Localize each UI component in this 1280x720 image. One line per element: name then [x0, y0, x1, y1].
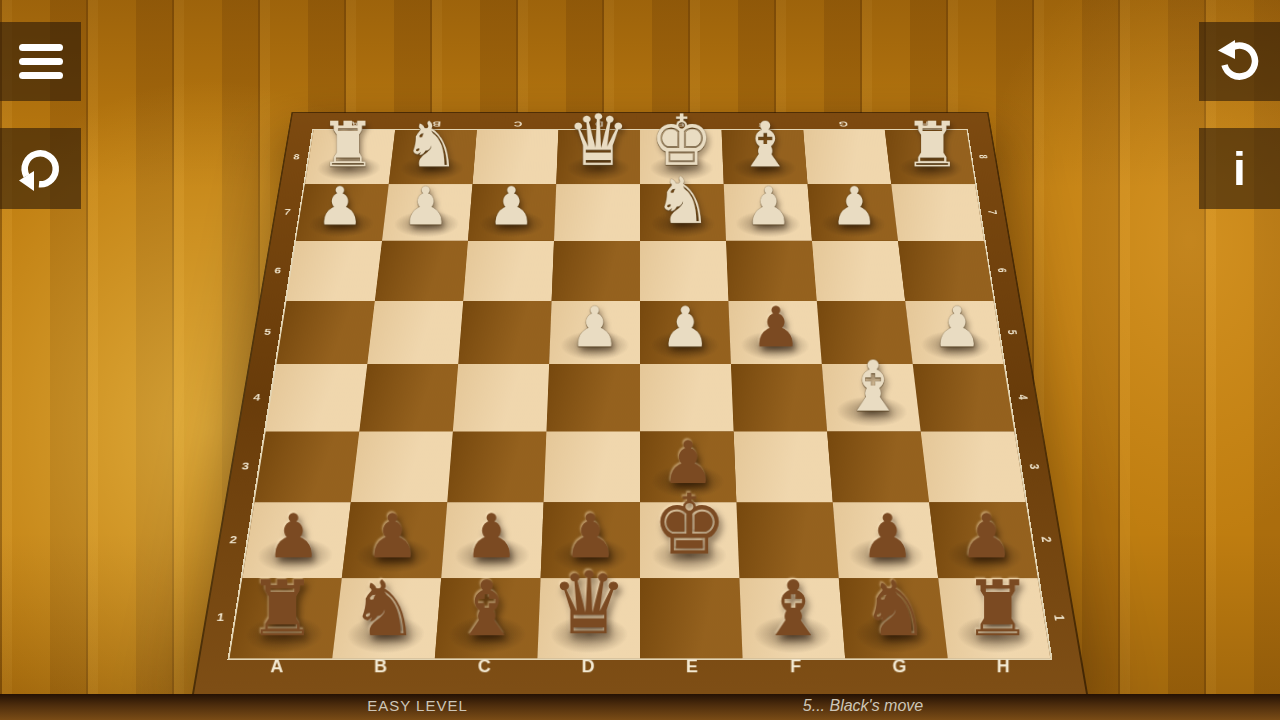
square-d1[interactable]: ♛ — [537, 578, 640, 658]
square-e6[interactable] — [640, 241, 728, 301]
square-a7[interactable]: ♟ — [296, 184, 389, 241]
square-c6[interactable] — [463, 241, 554, 301]
square-b5[interactable] — [367, 301, 463, 364]
rank-label-right-7: 7 — [949, 206, 1035, 218]
rank-label-right-5: 5 — [967, 325, 1058, 338]
piece-white-knight[interactable]: ♞ — [861, 570, 930, 647]
piece-black-pawn[interactable]: ♟ — [402, 180, 449, 233]
square-a6[interactable] — [286, 241, 382, 301]
piece-white-pawn[interactable]: ♟ — [751, 299, 801, 355]
square-b1[interactable]: ♞ — [332, 578, 441, 658]
square-e5[interactable]: ♟ — [640, 301, 731, 364]
square-b3[interactable] — [351, 431, 453, 502]
rotate-arrow-icon — [17, 145, 65, 193]
file-label-bottom-g: G — [848, 656, 952, 688]
menu-button[interactable] — [0, 22, 81, 101]
turn-indicator: 5... Black's move — [758, 697, 968, 715]
rotate-board-button[interactable] — [0, 128, 81, 209]
file-label-bottom-e: E — [640, 656, 744, 688]
square-c7[interactable]: ♟ — [468, 184, 556, 241]
piece-white-pawn[interactable]: ♟ — [464, 506, 519, 567]
rank-label-right-4: 4 — [976, 390, 1070, 404]
file-label-bottom-a: A — [225, 656, 329, 688]
chess-board: ABCDEFGH ABCDEFGH 87654321 87654321 ♜♞♛♚… — [194, 113, 1086, 694]
file-label-top-c: C — [477, 115, 559, 128]
square-b7[interactable]: ♟ — [382, 184, 473, 241]
square-e2[interactable]: ♚ — [640, 502, 739, 578]
file-label-top-h: H — [883, 115, 966, 128]
board-frame: ABCDEFGH ABCDEFGH 87654321 87654321 ♜♞♛♚… — [194, 113, 1086, 694]
info-icon: i — [1233, 146, 1246, 192]
piece-black-bishop[interactable]: ♝ — [842, 351, 905, 421]
square-c1[interactable]: ♝ — [435, 578, 541, 658]
hamburger-icon — [19, 44, 63, 79]
square-g4[interactable]: ♝ — [822, 364, 921, 431]
file-label-bottom-c: C — [432, 656, 536, 688]
file-label-bottom-b: B — [329, 656, 433, 688]
square-g7[interactable]: ♟ — [807, 184, 898, 241]
game-scene: ABCDEFGH ABCDEFGH 87654321 87654321 ♜♞♛♚… — [0, 0, 1280, 720]
square-d6[interactable] — [552, 241, 640, 301]
square-e4[interactable] — [640, 364, 734, 431]
piece-white-pawn[interactable]: ♟ — [860, 506, 915, 567]
square-a5[interactable] — [276, 301, 374, 364]
level-label: EASY LEVEL — [330, 697, 505, 714]
file-label-top-g: G — [802, 115, 885, 128]
piece-black-pawn[interactable]: ♟ — [745, 180, 792, 233]
piece-white-rook[interactable]: ♜ — [248, 570, 317, 647]
rank-label-right-3: 3 — [986, 459, 1083, 474]
square-f5[interactable]: ♟ — [728, 301, 821, 364]
info-button[interactable]: i — [1199, 128, 1280, 209]
piece-white-pawn[interactable]: ♟ — [266, 506, 321, 567]
piece-black-knight[interactable]: ♞ — [654, 168, 712, 232]
piece-white-king[interactable]: ♚ — [652, 483, 727, 567]
piece-white-bishop[interactable]: ♝ — [452, 570, 521, 647]
piece-white-queen[interactable]: ♛ — [550, 560, 628, 646]
file-label-top-a: A — [314, 115, 397, 128]
square-b6[interactable] — [375, 241, 468, 301]
file-label-bottom-d: D — [536, 656, 640, 688]
square-g6[interactable] — [812, 241, 905, 301]
file-label-top-f: F — [721, 115, 803, 128]
piece-white-bishop[interactable]: ♝ — [759, 570, 828, 647]
square-d3[interactable] — [544, 431, 640, 502]
undo-button[interactable] — [1199, 22, 1280, 101]
square-a4[interactable] — [266, 364, 368, 431]
square-a3[interactable] — [254, 431, 359, 502]
piece-black-pawn[interactable]: ♟ — [660, 299, 710, 355]
file-label-bottom-f: F — [744, 656, 848, 688]
status-bar: EASY LEVEL 5... Black's move — [0, 694, 1280, 720]
file-label-top-b: B — [395, 115, 478, 128]
square-d4[interactable] — [546, 364, 640, 431]
square-f4[interactable] — [731, 364, 827, 431]
square-e1[interactable] — [640, 578, 743, 658]
square-f3[interactable] — [734, 431, 833, 502]
square-e7[interactable]: ♞ — [640, 184, 726, 241]
piece-black-pawn[interactable]: ♟ — [570, 299, 620, 355]
rank-label-right-2: 2 — [997, 531, 1097, 547]
piece-black-pawn[interactable]: ♟ — [488, 180, 535, 233]
file-label-top-d: D — [558, 115, 640, 128]
square-f1[interactable]: ♝ — [739, 578, 845, 658]
file-labels-top: ABCDEFGH — [314, 115, 966, 128]
file-label-bottom-h: H — [951, 656, 1055, 688]
undo-arrow-icon — [1216, 38, 1264, 86]
square-f6[interactable] — [726, 241, 817, 301]
piece-white-knight[interactable]: ♞ — [350, 570, 419, 647]
square-d7[interactable] — [554, 184, 640, 241]
square-a1[interactable]: ♜ — [230, 578, 342, 658]
square-c5[interactable] — [458, 301, 551, 364]
piece-white-pawn[interactable]: ♟ — [365, 506, 420, 567]
square-g3[interactable] — [827, 431, 929, 502]
piece-black-pawn[interactable]: ♟ — [831, 180, 878, 233]
square-f7[interactable]: ♟ — [724, 184, 812, 241]
square-b4[interactable] — [359, 364, 458, 431]
rank-label-right-1: 1 — [1008, 609, 1111, 626]
rank-label-right-8: 8 — [941, 151, 1025, 162]
file-label-top-e: E — [640, 115, 722, 128]
file-labels-bottom: ABCDEFGH — [225, 662, 1055, 688]
rank-label-right-6: 6 — [958, 264, 1047, 277]
square-c4[interactable] — [453, 364, 549, 431]
piece-black-pawn[interactable]: ♟ — [316, 180, 363, 233]
square-d8[interactable]: ♛ — [556, 130, 640, 184]
square-g1[interactable]: ♞ — [839, 578, 948, 658]
square-d5[interactable]: ♟ — [549, 301, 640, 364]
board-squares: ♜♞♛♚♝♜♟♟♟♞♟♟♟♟♟♟♝♟♟♟♟♟♚♟♟♜♞♝♛♝♞♜ — [230, 130, 1051, 658]
square-c3[interactable] — [447, 431, 546, 502]
